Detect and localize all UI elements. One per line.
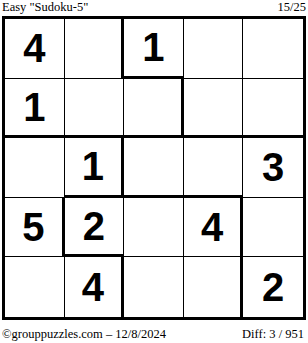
cell-r2c1: 1 [5, 79, 65, 139]
cell-r4c3[interactable] [124, 198, 184, 258]
cell-r5c1[interactable] [5, 257, 65, 317]
header: Easy "Sudoku-5" 15/25 [0, 0, 308, 16]
cell-r2c2[interactable] [65, 79, 125, 139]
given-digit: 1 [82, 146, 104, 186]
footer: ©grouppuzzles.com – 12/8/2024 Diff: 3 / … [0, 326, 308, 343]
given-digit: 2 [83, 206, 105, 246]
cell-r4c2: 2 [65, 198, 125, 258]
given-digit: 2 [262, 267, 284, 307]
given-digit: 4 [201, 207, 223, 247]
sudoku-page: Easy "Sudoku-5" 15/25 4111352442 ©groupp… [0, 0, 308, 343]
difficulty-text: Diff: 3 / 951 [242, 327, 304, 342]
given-digit: 3 [262, 147, 284, 187]
sudoku-board: 4111352442 [2, 16, 306, 320]
cell-r3c2: 1 [65, 138, 125, 198]
cell-r4c1: 5 [5, 198, 65, 258]
given-digit: 1 [23, 87, 45, 127]
cell-r3c4[interactable] [184, 138, 244, 198]
cell-r2c5[interactable] [243, 79, 303, 139]
cell-r1c2[interactable] [65, 19, 125, 79]
cell-r1c4[interactable] [184, 19, 244, 79]
cell-r1c1: 4 [5, 19, 65, 79]
puzzle-title: Easy "Sudoku-5" [2, 0, 88, 14]
progress-counter: 15/25 [278, 0, 306, 14]
cell-r2c4[interactable] [184, 79, 244, 139]
cell-r2c3[interactable] [124, 79, 184, 139]
cell-r5c4[interactable] [184, 257, 244, 317]
cell-r4c5[interactable] [243, 198, 303, 258]
given-digit: 4 [82, 267, 104, 307]
given-digit: 1 [142, 27, 164, 67]
cell-r1c5[interactable] [243, 19, 303, 79]
cell-r5c2: 4 [65, 257, 125, 317]
cell-r3c5: 3 [243, 138, 303, 198]
cell-r4c4: 4 [184, 198, 244, 258]
cell-r5c3[interactable] [124, 257, 184, 317]
cell-r3c1[interactable] [5, 138, 65, 198]
cell-r5c5: 2 [243, 257, 303, 317]
cell-r1c3: 1 [124, 19, 184, 79]
given-digit: 4 [23, 28, 45, 68]
copyright-text: ©grouppuzzles.com – 12/8/2024 [2, 327, 166, 342]
given-digit: 5 [22, 207, 44, 247]
cell-r3c3[interactable] [124, 138, 184, 198]
